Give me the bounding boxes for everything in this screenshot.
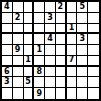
sudoku-cell-r3c6[interactable] <box>56 24 67 35</box>
sudoku-cell-r9c2[interactable] <box>13 88 24 99</box>
sudoku-cell-r7c3[interactable] <box>24 67 35 78</box>
sudoku-cell-r5c9[interactable] <box>88 45 99 56</box>
sudoku-cell-r1c5[interactable] <box>45 2 56 13</box>
sudoku-cell-r1c4[interactable] <box>34 2 45 13</box>
sudoku-cell-r8c6[interactable] <box>56 77 67 88</box>
sudoku-cell-r3c3[interactable] <box>24 24 35 35</box>
sudoku-cell-r3c4[interactable] <box>34 24 45 35</box>
sudoku-cell-r1c9[interactable] <box>88 2 99 13</box>
sudoku-cell-r1c6[interactable]: 2 <box>56 2 67 13</box>
sudoku-cell-r3c1[interactable] <box>2 24 13 35</box>
sudoku-cell-r4c8[interactable]: 3 <box>77 34 88 45</box>
sudoku-cell-r9c9[interactable] <box>88 88 99 99</box>
sudoku-cell-r6c6[interactable] <box>56 56 67 67</box>
sudoku-cell-r2c6[interactable] <box>56 13 67 24</box>
sudoku-cell-r5c1[interactable] <box>2 45 13 56</box>
sudoku-board: 42523143911768359 <box>0 0 101 101</box>
sudoku-cell-r4c1[interactable] <box>2 34 13 45</box>
sudoku-cell-r8c5[interactable] <box>45 77 56 88</box>
sudoku-cell-r4c2[interactable] <box>13 34 24 45</box>
sudoku-cell-r9c8[interactable] <box>77 88 88 99</box>
sudoku-cell-r9c1[interactable] <box>2 88 13 99</box>
sudoku-cell-r1c2[interactable] <box>13 2 24 13</box>
sudoku-cell-r7c1[interactable]: 6 <box>2 67 13 78</box>
sudoku-cell-r8c4[interactable] <box>34 77 45 88</box>
sudoku-cell-r7c4[interactable]: 8 <box>34 67 45 78</box>
sudoku-cell-r7c2[interactable] <box>13 67 24 78</box>
sudoku-cell-r9c6[interactable] <box>56 88 67 99</box>
sudoku-cell-r1c3[interactable] <box>24 2 35 13</box>
sudoku-cell-r6c8[interactable] <box>77 56 88 67</box>
sudoku-cell-r5c2[interactable]: 9 <box>13 45 24 56</box>
sudoku-cell-r6c5[interactable] <box>45 56 56 67</box>
sudoku-cell-r3c7[interactable]: 1 <box>67 24 78 35</box>
sudoku-cell-r1c7[interactable] <box>67 2 78 13</box>
sudoku-cell-r8c9[interactable] <box>88 77 99 88</box>
sudoku-cell-r4c7[interactable] <box>67 34 78 45</box>
sudoku-cell-r2c1[interactable] <box>2 13 13 24</box>
sudoku-cell-r4c4[interactable] <box>34 34 45 45</box>
sudoku-cell-r2c4[interactable] <box>34 13 45 24</box>
sudoku-cell-r5c8[interactable] <box>77 45 88 56</box>
sudoku-cell-r9c3[interactable] <box>24 88 35 99</box>
sudoku-cell-r2c9[interactable] <box>88 13 99 24</box>
sudoku-cell-r6c1[interactable] <box>2 56 13 67</box>
sudoku-cell-r4c3[interactable] <box>24 34 35 45</box>
sudoku-cell-r7c7[interactable] <box>67 67 78 78</box>
sudoku-cell-r4c5[interactable]: 4 <box>45 34 56 45</box>
sudoku-cell-r9c7[interactable] <box>67 88 78 99</box>
sudoku-cell-r2c8[interactable] <box>77 13 88 24</box>
sudoku-cell-r4c6[interactable] <box>56 34 67 45</box>
sudoku-cell-r5c3[interactable] <box>24 45 35 56</box>
sudoku-cell-r3c9[interactable] <box>88 24 99 35</box>
sudoku-cell-r6c2[interactable] <box>13 56 24 67</box>
sudoku-cell-r5c4[interactable]: 1 <box>34 45 45 56</box>
sudoku-cell-r6c9[interactable] <box>88 56 99 67</box>
sudoku-cell-r3c5[interactable] <box>45 24 56 35</box>
sudoku-cell-r8c2[interactable] <box>13 77 24 88</box>
sudoku-cell-r1c8[interactable]: 5 <box>77 2 88 13</box>
sudoku-cell-r8c8[interactable] <box>77 77 88 88</box>
sudoku-cell-r7c5[interactable] <box>45 67 56 78</box>
sudoku-cell-r8c7[interactable] <box>67 77 78 88</box>
sudoku-cell-r9c5[interactable] <box>45 88 56 99</box>
sudoku-cell-r7c8[interactable] <box>77 67 88 78</box>
sudoku-cell-r5c6[interactable] <box>56 45 67 56</box>
sudoku-cell-r3c2[interactable] <box>13 24 24 35</box>
sudoku-cell-r5c7[interactable] <box>67 45 78 56</box>
sudoku-cell-r8c3[interactable]: 5 <box>24 77 35 88</box>
sudoku-cell-r2c3[interactable] <box>24 13 35 24</box>
sudoku-cell-r2c5[interactable]: 3 <box>45 13 56 24</box>
sudoku-cell-r9c4[interactable]: 9 <box>34 88 45 99</box>
sudoku-cell-r7c6[interactable] <box>56 67 67 78</box>
sudoku-cell-r7c9[interactable] <box>88 67 99 78</box>
sudoku-cell-r3c8[interactable] <box>77 24 88 35</box>
sudoku-cell-r6c7[interactable]: 7 <box>67 56 78 67</box>
sudoku-cell-r6c3[interactable]: 1 <box>24 56 35 67</box>
sudoku-cell-r2c7[interactable] <box>67 13 78 24</box>
sudoku-cell-r8c1[interactable]: 3 <box>2 77 13 88</box>
sudoku-cell-r4c9[interactable] <box>88 34 99 45</box>
sudoku-cell-r5c5[interactable] <box>45 45 56 56</box>
sudoku-cell-r2c2[interactable]: 2 <box>13 13 24 24</box>
sudoku-cell-r1c1[interactable]: 4 <box>2 2 13 13</box>
sudoku-cell-r6c4[interactable] <box>34 56 45 67</box>
